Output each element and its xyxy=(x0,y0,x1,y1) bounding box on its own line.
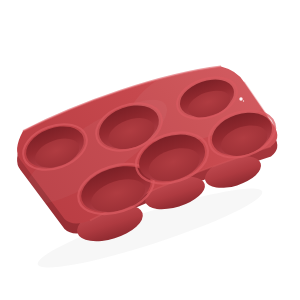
highlight-speck xyxy=(239,97,242,100)
muffin-pan-image xyxy=(0,0,300,300)
highlight-speck-dot xyxy=(243,100,244,101)
product-photo xyxy=(0,0,300,300)
